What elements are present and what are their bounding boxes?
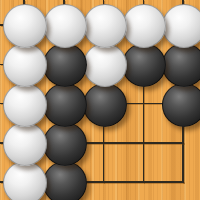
white-stone bbox=[3, 122, 47, 166]
white-stone bbox=[162, 4, 200, 48]
white-stone bbox=[3, 43, 47, 87]
white-stone bbox=[83, 4, 127, 48]
black-stone bbox=[43, 122, 87, 166]
stones bbox=[0, 0, 200, 200]
black-stone bbox=[43, 161, 87, 200]
black-stone bbox=[43, 43, 87, 87]
white-stone bbox=[3, 4, 47, 48]
white-stone bbox=[122, 4, 166, 48]
white-stone bbox=[43, 4, 87, 48]
white-stone bbox=[3, 83, 47, 127]
white-stone bbox=[83, 43, 127, 87]
black-stone bbox=[43, 83, 87, 127]
go-board[interactable] bbox=[0, 0, 200, 200]
white-stone bbox=[3, 161, 47, 200]
black-stone bbox=[162, 43, 200, 87]
black-stone bbox=[122, 43, 166, 87]
black-stone bbox=[162, 83, 200, 127]
black-stone bbox=[83, 83, 127, 127]
